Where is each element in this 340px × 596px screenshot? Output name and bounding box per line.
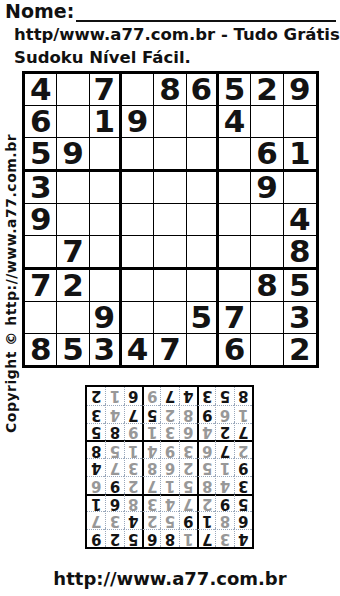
puzzle-cell-r3c4[interactable]: [122, 138, 154, 172]
puzzle-cell-r5c6[interactable]: [187, 204, 219, 236]
solution-cell-r5c5: 6: [160, 458, 178, 476]
puzzle-cell-r2c6[interactable]: [187, 106, 219, 138]
puzzle-cell-r6c4[interactable]: [122, 236, 154, 270]
puzzle-cell-r3c5[interactable]: [154, 138, 186, 172]
puzzle-cell-r6c8[interactable]: [251, 236, 283, 270]
puzzle-cell-r9c1[interactable]: 8: [25, 334, 57, 365]
puzzle-cell-r2c2[interactable]: [57, 106, 89, 138]
puzzle-cell-r8c1[interactable]: [25, 302, 57, 334]
solution-cell-r1c2: 3: [215, 529, 233, 547]
solution-cell-r7c4: 6: [179, 423, 197, 441]
solution-cell-r5c2: 1: [215, 458, 233, 476]
puzzle-cell-r4c2[interactable]: [57, 172, 89, 204]
puzzle-cell-r6c9[interactable]: 8: [284, 236, 316, 270]
puzzle-cell-r8c8[interactable]: [251, 302, 283, 334]
puzzle-cell-r9c5[interactable]: 7: [154, 334, 186, 365]
puzzle-cell-r1c5[interactable]: 8: [154, 74, 186, 106]
solution-cell-r1c6: 6: [142, 529, 160, 547]
solution-cell-r9c7: 6: [124, 387, 142, 405]
puzzle-cell-r5c4[interactable]: [122, 204, 154, 236]
solution-cell-r8c4: 8: [179, 405, 197, 423]
solution-cell-r3c4: 7: [179, 494, 197, 512]
solution-cell-r8c5: 2: [160, 405, 178, 423]
puzzle-cell-r4c6[interactable]: [187, 172, 219, 204]
solution-cell-r4c9: 6: [87, 476, 105, 494]
solution-cell-r6c6: 4: [142, 440, 160, 458]
solution-cell-r2c2: 8: [215, 511, 233, 529]
puzzle-cell-r1c7[interactable]: 5: [219, 74, 251, 106]
solution-cell-r9c9: 2: [87, 387, 105, 405]
puzzle-cell-r2c7[interactable]: 4: [219, 106, 251, 138]
solution-cell-r3c3: 2: [197, 494, 215, 512]
solution-cell-r6c4: 3: [179, 440, 197, 458]
puzzle-cell-r9c4[interactable]: 4: [122, 334, 154, 365]
solution-cell-r3c2: 9: [215, 494, 233, 512]
puzzle-cell-r4c5[interactable]: [154, 172, 186, 204]
puzzle-cell-r2c4[interactable]: 9: [122, 106, 154, 138]
solution-cell-r6c5: 9: [160, 440, 178, 458]
solution-cell-r4c7: 2: [124, 476, 142, 494]
solution-cell-r6c8: 5: [105, 440, 123, 458]
puzzle-cell-r1c6[interactable]: 6: [187, 74, 219, 106]
puzzle-cell-r9c6[interactable]: [187, 334, 219, 365]
puzzle-cell-r5c8[interactable]: [251, 204, 283, 236]
solution-cell-r2c5: 5: [160, 511, 178, 529]
puzzle-cell-r2c1[interactable]: 6: [25, 106, 57, 138]
puzzle-cell-r1c2[interactable]: [57, 74, 89, 106]
solution-cell-r7c2: 2: [215, 423, 233, 441]
puzzle-cell-r6c2[interactable]: 7: [57, 236, 89, 270]
solution-cell-r5c3: 5: [197, 458, 215, 476]
solution-cell-r5c7: 3: [124, 458, 142, 476]
puzzle-cell-r5c3[interactable]: [90, 204, 122, 236]
sudoku-print-page: Nome: http/www.a77.com.br - Tudo Grátis.…: [0, 0, 340, 596]
solution-cell-r3c9: 1: [87, 494, 105, 512]
puzzle-cell-r5c7[interactable]: [219, 204, 251, 236]
solution-cell-r7c9: 5: [87, 423, 105, 441]
name-label: Nome:: [5, 2, 74, 22]
solution-cell-r3c7: 8: [124, 494, 142, 512]
puzzle-cell-r9c9[interactable]: 2: [284, 334, 316, 365]
puzzle-cell-r8c4[interactable]: [122, 302, 154, 334]
solution-cell-r3c1: 5: [234, 494, 252, 512]
puzzle-cell-r8c6[interactable]: 5: [187, 302, 219, 334]
puzzle-cell-r3c6[interactable]: [187, 138, 219, 172]
copyright-vertical-text: Copyright © http://www.a77.com.br: [3, 134, 19, 433]
solution-cell-r7c6: 1: [142, 423, 160, 441]
solution-cell-r1c9: 9: [87, 529, 105, 547]
solution-cell-r2c8: 3: [105, 511, 123, 529]
puzzle-cell-r6c6[interactable]: [187, 236, 219, 270]
puzzle-cell-r9c3[interactable]: 3: [90, 334, 122, 365]
puzzle-cell-r4c9[interactable]: [284, 172, 316, 204]
solution-cell-r1c7: 5: [124, 529, 142, 547]
solution-cell-r6c7: 1: [124, 440, 142, 458]
puzzle-cell-r2c9[interactable]: [284, 106, 316, 138]
puzzle-cell-r7c2[interactable]: 2: [57, 270, 89, 302]
puzzle-cell-r3c9[interactable]: 1: [284, 138, 316, 172]
solution-cell-r6c2: 7: [215, 440, 233, 458]
puzzle-cell-r5c9[interactable]: 4: [284, 204, 316, 236]
solution-cell-r7c3: 4: [197, 423, 215, 441]
footer-url: http://www.a77.com.br: [0, 568, 340, 589]
solution-cell-r1c5: 8: [160, 529, 178, 547]
puzzle-cell-r6c5[interactable]: [154, 236, 186, 270]
solution-cell-r2c4: 9: [179, 511, 197, 529]
solution-cell-r9c8: 1: [105, 387, 123, 405]
solution-cell-r4c6: 7: [142, 476, 160, 494]
solution-cell-r8c3: 9: [197, 405, 215, 423]
puzzle-cell-r3c8[interactable]: 6: [251, 138, 283, 172]
solution-cell-r9c1: 8: [234, 387, 252, 405]
puzzle-cell-r4c7[interactable]: [219, 172, 251, 204]
puzzle-cell-r1c1[interactable]: 4: [25, 74, 57, 106]
solution-cell-r7c8: 8: [105, 423, 123, 441]
solution-cell-r8c9: 3: [87, 405, 105, 423]
puzzle-cell-r5c1[interactable]: 9: [25, 204, 57, 236]
solution-cell-r4c4: 5: [179, 476, 197, 494]
puzzle-cell-r1c4[interactable]: [122, 74, 154, 106]
solution-cell-r6c1: 2: [234, 440, 252, 458]
solution-cell-r6c9: 8: [87, 440, 105, 458]
solution-cell-r5c8: 7: [105, 458, 123, 476]
solution-cell-r2c9: 7: [87, 511, 105, 529]
solution-cell-r2c3: 1: [197, 511, 215, 529]
solution-cell-r4c8: 9: [105, 476, 123, 494]
puzzle-cell-r1c9[interactable]: 9: [284, 74, 316, 106]
solution-cell-r5c1: 9: [234, 458, 252, 476]
puzzle-cell-r4c4[interactable]: [122, 172, 154, 204]
puzzle-cell-r7c3[interactable]: [90, 270, 122, 302]
puzzle-cell-r8c9[interactable]: 3: [284, 302, 316, 334]
solution-cell-r2c1: 6: [234, 511, 252, 529]
puzzle-cell-r3c7[interactable]: [219, 138, 251, 172]
solution-cell-r5c4: 2: [179, 458, 197, 476]
puzzle-difficulty-title: Sudoku Nível Fácil.: [14, 48, 191, 67]
solution-cell-r5c9: 4: [87, 458, 105, 476]
solution-cell-r2c6: 2: [142, 511, 160, 529]
solution-cell-r1c1: 4: [234, 529, 252, 547]
puzzle-cell-r3c3[interactable]: [90, 138, 122, 172]
solution-cell-r8c2: 6: [215, 405, 233, 423]
solution-cell-r4c2: 4: [215, 476, 233, 494]
solution-cell-r1c3: 7: [197, 529, 215, 547]
solution-cell-r9c3: 3: [197, 387, 215, 405]
solution-grid: 4371865296819524375927438613485172969152…: [85, 385, 254, 549]
puzzle-cell-r7c6[interactable]: [187, 270, 219, 302]
puzzle-cell-r7c8[interactable]: 8: [251, 270, 283, 302]
solution-cell-r7c5: 3: [160, 423, 178, 441]
solution-cell-r8c1: 1: [234, 405, 252, 423]
solution-cell-r3c6: 3: [142, 494, 160, 512]
puzzle-cell-r6c3[interactable]: [90, 236, 122, 270]
solution-cell-r9c5: 7: [160, 387, 178, 405]
solution-cell-r5c6: 8: [142, 458, 160, 476]
puzzle-cell-r7c4[interactable]: [122, 270, 154, 302]
solution-cell-r6c3: 6: [197, 440, 215, 458]
name-fill-line[interactable]: [76, 6, 336, 22]
puzzle-cell-r3c2[interactable]: 9: [57, 138, 89, 172]
puzzle-cell-r8c5[interactable]: [154, 302, 186, 334]
puzzle-cell-r6c7[interactable]: [219, 236, 251, 270]
puzzle-cell-r3c1[interactable]: 5: [25, 138, 57, 172]
puzzle-cell-r1c3[interactable]: 7: [90, 74, 122, 106]
solution-cell-r1c8: 2: [105, 529, 123, 547]
solution-cell-r2c7: 4: [124, 511, 142, 529]
solution-cell-r4c1: 3: [234, 476, 252, 494]
solution-cell-r1c4: 1: [179, 529, 197, 547]
puzzle-cell-r5c5[interactable]: [154, 204, 186, 236]
puzzle-cell-r1c8[interactable]: 2: [251, 74, 283, 106]
solution-cell-r7c7: 9: [124, 423, 142, 441]
puzzle-cell-r2c8[interactable]: [251, 106, 283, 138]
puzzle-cell-r4c1[interactable]: 3: [25, 172, 57, 204]
solution-cell-r3c8: 6: [105, 494, 123, 512]
puzzle-cell-r7c7[interactable]: [219, 270, 251, 302]
solution-cell-r4c5: 1: [160, 476, 178, 494]
solution-cell-r9c4: 4: [179, 387, 197, 405]
puzzle-cell-r9c7[interactable]: 6: [219, 334, 251, 365]
name-line: Nome:: [5, 2, 336, 22]
solution-cell-r8c6: 5: [142, 405, 160, 423]
solution-cell-r3c5: 4: [160, 494, 178, 512]
site-tagline: http/www.a77.com.br - Tudo Grátis.: [14, 25, 340, 44]
solution-cell-r9c2: 5: [215, 387, 233, 405]
solution-cell-r9c6: 9: [142, 387, 160, 405]
puzzle-grid: 478652961945961399478728595738534762: [22, 71, 319, 368]
puzzle-cell-r9c2[interactable]: 5: [57, 334, 89, 365]
solution-cell-r8c7: 7: [124, 405, 142, 423]
puzzle-cell-r8c7[interactable]: 7: [219, 302, 251, 334]
puzzle-cell-r7c9[interactable]: 5: [284, 270, 316, 302]
puzzle-cell-r7c5[interactable]: [154, 270, 186, 302]
puzzle-cell-r2c5[interactable]: [154, 106, 186, 138]
puzzle-cell-r7c1[interactable]: 7: [25, 270, 57, 302]
puzzle-cell-r4c8[interactable]: 9: [251, 172, 283, 204]
puzzle-cell-r8c3[interactable]: 9: [90, 302, 122, 334]
puzzle-cell-r5c2[interactable]: [57, 204, 89, 236]
puzzle-cell-r4c3[interactable]: [90, 172, 122, 204]
solution-cell-r4c3: 8: [197, 476, 215, 494]
solution-cell-r7c1: 7: [234, 423, 252, 441]
puzzle-cell-r9c8[interactable]: [251, 334, 283, 365]
puzzle-cell-r6c1[interactable]: [25, 236, 57, 270]
puzzle-cell-r2c3[interactable]: 1: [90, 106, 122, 138]
puzzle-cell-r8c2[interactable]: [57, 302, 89, 334]
solution-cell-r8c8: 4: [105, 405, 123, 423]
